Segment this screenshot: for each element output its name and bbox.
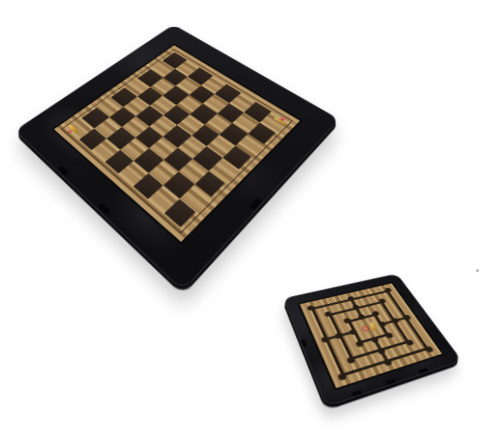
chess-board-frame: [14, 25, 339, 292]
frame-notch: [57, 165, 69, 176]
morris-point-b6[interactable]: [324, 311, 333, 317]
chess-board-photo: [57, 0, 296, 267]
morris-point-d2[interactable]: [376, 347, 386, 354]
chess-board-wood-surface: [51, 44, 303, 246]
morris-point-f2[interactable]: [405, 339, 415, 346]
morris-point-d1[interactable]: [383, 359, 393, 367]
morris-point-f4[interactable]: [391, 318, 400, 324]
frame-notch: [97, 203, 110, 215]
morris-point-c4[interactable]: [348, 329, 357, 336]
morris-point-g1[interactable]: [425, 346, 435, 353]
morris-point-c3[interactable]: [355, 340, 365, 347]
morris-point-d6[interactable]: [352, 305, 361, 311]
morris-point-g7[interactable]: [384, 287, 392, 292]
product-photo: [0, 0, 500, 434]
morris-board-wood-surface: [297, 282, 445, 391]
frame-notch: [250, 197, 263, 210]
morris-point-g4[interactable]: [403, 314, 412, 320]
frame-notch: [418, 368, 429, 374]
morris-point-b2[interactable]: [346, 356, 356, 364]
morris-point-c5[interactable]: [342, 317, 351, 323]
morris-point-a1[interactable]: [337, 373, 347, 382]
red-seal-icon: [361, 325, 370, 332]
morris-point-b4[interactable]: [334, 332, 343, 339]
morris-point-a7[interactable]: [306, 305, 315, 311]
chess-board-3d: [14, 25, 339, 292]
morris-point-e5[interactable]: [371, 310, 380, 316]
morris-point-d3[interactable]: [370, 336, 380, 343]
morris-point-d5[interactable]: [357, 314, 366, 320]
frame-notch: [386, 378, 397, 385]
morris-point-a4[interactable]: [320, 336, 329, 343]
morris-board-photo: [290, 241, 446, 415]
morris-point-f6[interactable]: [378, 298, 387, 304]
dust-speck: [476, 269, 479, 272]
morris-board-frame: [283, 274, 462, 408]
morris-board-3d: [283, 274, 462, 408]
morris-point-e4[interactable]: [378, 321, 387, 327]
morris-point-e3[interactable]: [385, 332, 394, 339]
frame-notch: [301, 339, 308, 347]
morris-point-d7[interactable]: [347, 296, 355, 302]
frame-notch: [351, 390, 363, 397]
